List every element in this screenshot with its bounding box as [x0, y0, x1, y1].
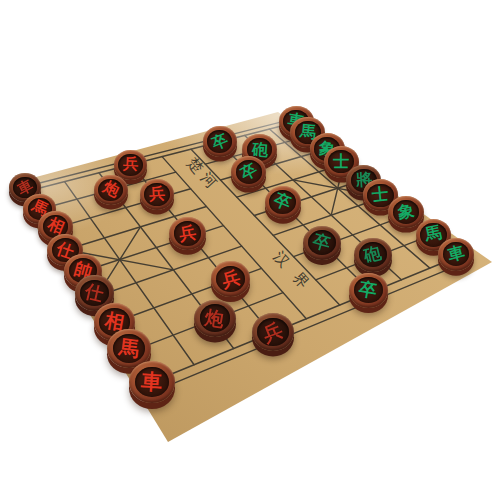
- piece-top-face: 兵: [252, 313, 294, 351]
- piece-character: 馬: [118, 337, 140, 359]
- piece-character: 兵: [122, 157, 138, 173]
- piece-character: 士: [372, 186, 390, 204]
- piece-character: 仕: [83, 282, 105, 304]
- piece-engraved-area: 兵: [144, 183, 170, 206]
- piece-character: 兵: [149, 186, 166, 203]
- piece-top-face: 砲: [354, 238, 391, 272]
- piece-character: 兵: [220, 268, 242, 290]
- piece-red-soldier[interactable]: 兵: [114, 150, 147, 180]
- piece-top-face: 卒: [203, 126, 237, 157]
- piece-top-face: 車: [438, 238, 474, 270]
- piece-character: 兵: [261, 320, 286, 345]
- piece-engraved-area: 仕: [80, 280, 109, 306]
- piece-engraved-area: 砲: [359, 242, 387, 267]
- piece-top-face: 車: [129, 361, 175, 402]
- piece-red-soldier[interactable]: 兵: [140, 179, 175, 210]
- piece-top-face: 兵: [169, 217, 206, 250]
- piece-character: 砲: [363, 244, 384, 265]
- piece-top-face: 卒: [349, 273, 388, 308]
- piece-character: 卒: [238, 161, 260, 183]
- piece-engraved-area: 卒: [269, 190, 296, 214]
- piece-character: 炮: [100, 180, 121, 201]
- piece-green-soldier[interactable]: 卒: [265, 186, 301, 219]
- piece-engraved-area: 車: [443, 242, 470, 266]
- piece-red-chariot[interactable]: 車: [129, 361, 175, 402]
- piece-engraved-area: 卒: [354, 277, 383, 303]
- piece-red-cannon[interactable]: 炮: [194, 300, 236, 338]
- piece-character: 卒: [358, 280, 379, 301]
- piece-character: 車: [446, 244, 466, 264]
- piece-engraved-area: 炮: [98, 179, 123, 201]
- piece-engraved-area: 兵: [118, 154, 143, 176]
- piece-engraved-area: 兵: [257, 318, 288, 346]
- piece-green-soldier[interactable]: 卒: [203, 126, 237, 157]
- piece-engraved-area: 兵: [174, 221, 201, 246]
- piece-engraved-area: 炮: [200, 304, 231, 332]
- piece-character: 炮: [204, 307, 226, 329]
- piece-top-face: 炮: [194, 300, 236, 338]
- piece-red-cannon[interactable]: 炮: [94, 175, 128, 205]
- piece-top-face: 兵: [140, 179, 175, 210]
- piece-engraved-area: 卒: [308, 230, 336, 255]
- piece-green-chariot[interactable]: 車: [438, 238, 474, 270]
- piece-character: 象: [397, 202, 416, 221]
- piece-engraved-area: 象: [393, 200, 419, 224]
- piece-engraved-area: 馬: [113, 334, 145, 363]
- piece-top-face: 卒: [265, 186, 301, 219]
- piece-top-face: 炮: [94, 175, 128, 205]
- piece-character: 兵: [178, 224, 197, 243]
- piece-engraved-area: 卒: [236, 160, 262, 183]
- piece-character: 卒: [209, 131, 229, 151]
- piece-red-soldier[interactable]: 兵: [169, 217, 206, 250]
- piece-character: 卒: [311, 232, 332, 253]
- piece-character: 砲: [251, 141, 268, 158]
- piece-green-elephant[interactable]: 象: [388, 196, 424, 228]
- piece-red-soldier[interactable]: 兵: [252, 313, 294, 351]
- piece-engraved-area: 卒: [207, 130, 232, 153]
- xiangqi-product-photo: 楚河汉界 車馬卒象砲士兵卒將車炮兵士卒馬象相兵馬卒仕車砲帥兵卒仕炮相兵馬車: [0, 0, 500, 500]
- piece-top-face: 兵: [211, 261, 250, 296]
- piece-green-soldier[interactable]: 卒: [349, 273, 388, 308]
- piece-top-face: 兵: [114, 150, 147, 180]
- piece-top-face: 卒: [303, 226, 340, 260]
- piece-top-face: 象: [388, 196, 424, 228]
- piece-character: 卒: [272, 191, 294, 213]
- pieces-layer: 車馬卒象砲士兵卒將車炮兵士卒馬象相兵馬卒仕車砲帥兵卒仕炮相兵馬車: [0, 0, 500, 500]
- piece-green-soldier[interactable]: 卒: [303, 226, 340, 260]
- piece-engraved-area: 車: [135, 367, 169, 398]
- piece-top-face: 卒: [231, 156, 266, 188]
- piece-character: 車: [141, 371, 164, 394]
- piece-green-cannon[interactable]: 砲: [354, 238, 391, 272]
- piece-character: 馬: [424, 225, 444, 245]
- piece-engraved-area: 兵: [216, 266, 245, 292]
- piece-green-soldier[interactable]: 卒: [231, 156, 266, 188]
- piece-red-soldier[interactable]: 兵: [211, 261, 250, 296]
- piece-character: 士: [333, 154, 349, 170]
